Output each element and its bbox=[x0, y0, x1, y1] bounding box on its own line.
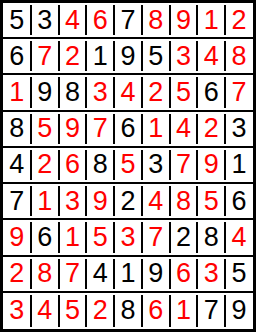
cell-r3c2-given-digit[interactable]: 9 bbox=[31, 75, 59, 109]
cell-r3c8-given-digit[interactable]: 6 bbox=[197, 75, 225, 109]
board-row-4: 859761423 bbox=[3, 112, 253, 148]
cell-r5c5-solved-digit[interactable]: 5 bbox=[114, 148, 142, 182]
cell-r1c8-solved-digit[interactable]: 1 bbox=[197, 3, 225, 37]
cell-r7c5-solved-digit[interactable]: 3 bbox=[114, 220, 142, 254]
cell-r5c6-given-digit[interactable]: 3 bbox=[142, 148, 170, 182]
cell-r2c8-solved-digit[interactable]: 4 bbox=[197, 39, 225, 73]
cell-r1c1-given-digit[interactable]: 5 bbox=[3, 3, 31, 37]
cell-r4c7-solved-digit[interactable]: 4 bbox=[170, 112, 198, 146]
board-row-7: 961537284 bbox=[3, 220, 253, 256]
cell-r3c1-solved-digit[interactable]: 1 bbox=[3, 75, 31, 109]
cell-r5c8-solved-digit[interactable]: 9 bbox=[197, 148, 225, 182]
cell-r9c9-given-digit[interactable]: 9 bbox=[225, 293, 253, 329]
cell-r9c8-given-digit[interactable]: 7 bbox=[197, 293, 225, 329]
board-row-1: 534678912 bbox=[3, 3, 253, 39]
cell-r8c7-solved-digit[interactable]: 6 bbox=[170, 257, 198, 291]
cell-r1c7-solved-digit[interactable]: 9 bbox=[170, 3, 198, 37]
cell-r3c7-solved-digit[interactable]: 5 bbox=[170, 75, 198, 109]
cell-r1c3-solved-digit[interactable]: 4 bbox=[59, 3, 87, 37]
cell-r2c9-solved-digit[interactable]: 8 bbox=[225, 39, 253, 73]
cell-r9c7-solved-digit[interactable]: 1 bbox=[170, 293, 198, 329]
cell-r8c4-given-digit[interactable]: 4 bbox=[86, 257, 114, 291]
cell-r6c3-solved-digit[interactable]: 3 bbox=[59, 184, 87, 218]
cell-r9c4-solved-digit[interactable]: 2 bbox=[86, 293, 114, 329]
cell-r8c8-solved-digit[interactable]: 3 bbox=[197, 257, 225, 291]
cell-r7c8-given-digit[interactable]: 8 bbox=[197, 220, 225, 254]
cell-r4c6-solved-digit[interactable]: 1 bbox=[142, 112, 170, 146]
cell-r4c2-solved-digit[interactable]: 5 bbox=[31, 112, 59, 146]
board-row-9: 345286179 bbox=[3, 293, 253, 329]
cell-r7c1-solved-digit[interactable]: 9 bbox=[3, 220, 31, 254]
cell-r8c9-given-digit[interactable]: 5 bbox=[225, 257, 253, 291]
cell-r1c2-given-digit[interactable]: 3 bbox=[31, 3, 59, 37]
cell-r3c3-given-digit[interactable]: 8 bbox=[59, 75, 87, 109]
board-row-6: 713924856 bbox=[3, 184, 253, 220]
cell-r9c1-solved-digit[interactable]: 3 bbox=[3, 293, 31, 329]
cell-r3c5-solved-digit[interactable]: 4 bbox=[114, 75, 142, 109]
cell-r7c3-solved-digit[interactable]: 1 bbox=[59, 220, 87, 254]
cell-r1c5-given-digit[interactable]: 7 bbox=[114, 3, 142, 37]
cell-r4c1-given-digit[interactable]: 8 bbox=[3, 112, 31, 146]
cell-r3c6-solved-digit[interactable]: 2 bbox=[142, 75, 170, 109]
cell-r1c9-solved-digit[interactable]: 2 bbox=[225, 3, 253, 37]
cell-r7c7-given-digit[interactable]: 2 bbox=[170, 220, 198, 254]
cell-r6c4-solved-digit[interactable]: 9 bbox=[86, 184, 114, 218]
cell-r2c5-given-digit[interactable]: 9 bbox=[114, 39, 142, 73]
cell-r5c4-given-digit[interactable]: 8 bbox=[86, 148, 114, 182]
board-row-5: 426853791 bbox=[3, 148, 253, 184]
cell-r8c1-solved-digit[interactable]: 2 bbox=[3, 257, 31, 291]
cell-r6c9-given-digit[interactable]: 6 bbox=[225, 184, 253, 218]
cell-r6c7-solved-digit[interactable]: 8 bbox=[170, 184, 198, 218]
cell-r9c3-solved-digit[interactable]: 5 bbox=[59, 293, 87, 329]
cell-r5c2-solved-digit[interactable]: 2 bbox=[31, 148, 59, 182]
cell-r4c9-given-digit[interactable]: 3 bbox=[225, 112, 253, 146]
cell-r2c1-given-digit[interactable]: 6 bbox=[3, 39, 31, 73]
cell-r1c4-solved-digit[interactable]: 6 bbox=[86, 3, 114, 37]
board-row-2: 672195348 bbox=[3, 39, 253, 75]
cell-r3c4-solved-digit[interactable]: 3 bbox=[86, 75, 114, 109]
cell-r6c8-solved-digit[interactable]: 5 bbox=[197, 184, 225, 218]
sudoku-board: 5346789126721953481983425678597614234268… bbox=[0, 0, 256, 332]
cell-r2c6-given-digit[interactable]: 5 bbox=[142, 39, 170, 73]
cell-r3c9-solved-digit[interactable]: 7 bbox=[225, 75, 253, 109]
cell-r6c2-solved-digit[interactable]: 1 bbox=[31, 184, 59, 218]
cell-r5c9-given-digit[interactable]: 1 bbox=[225, 148, 253, 182]
cell-r2c2-solved-digit[interactable]: 7 bbox=[31, 39, 59, 73]
cell-r8c6-given-digit[interactable]: 9 bbox=[142, 257, 170, 291]
cell-r4c4-solved-digit[interactable]: 7 bbox=[86, 112, 114, 146]
cell-r2c7-solved-digit[interactable]: 3 bbox=[170, 39, 198, 73]
cell-r9c5-given-digit[interactable]: 8 bbox=[114, 293, 142, 329]
cell-r9c6-solved-digit[interactable]: 6 bbox=[142, 293, 170, 329]
cell-r5c3-solved-digit[interactable]: 6 bbox=[59, 148, 87, 182]
cell-r8c5-given-digit[interactable]: 1 bbox=[114, 257, 142, 291]
cell-r7c9-solved-digit[interactable]: 4 bbox=[225, 220, 253, 254]
cell-r5c7-solved-digit[interactable]: 7 bbox=[170, 148, 198, 182]
cell-r7c2-given-digit[interactable]: 6 bbox=[31, 220, 59, 254]
board-row-8: 287419635 bbox=[3, 257, 253, 293]
cell-r8c3-solved-digit[interactable]: 7 bbox=[59, 257, 87, 291]
cell-r5c1-given-digit[interactable]: 4 bbox=[3, 148, 31, 182]
cell-r9c2-solved-digit[interactable]: 4 bbox=[31, 293, 59, 329]
cell-r1c6-solved-digit[interactable]: 8 bbox=[142, 3, 170, 37]
cell-r6c5-given-digit[interactable]: 2 bbox=[114, 184, 142, 218]
cell-r8c2-solved-digit[interactable]: 8 bbox=[31, 257, 59, 291]
cell-r4c3-solved-digit[interactable]: 9 bbox=[59, 112, 87, 146]
cell-r7c4-solved-digit[interactable]: 5 bbox=[86, 220, 114, 254]
cell-r4c5-given-digit[interactable]: 6 bbox=[114, 112, 142, 146]
cell-r6c6-solved-digit[interactable]: 4 bbox=[142, 184, 170, 218]
board-row-3: 198342567 bbox=[3, 75, 253, 111]
cell-r4c8-solved-digit[interactable]: 2 bbox=[197, 112, 225, 146]
cell-r2c3-solved-digit[interactable]: 2 bbox=[59, 39, 87, 73]
cell-r7c6-solved-digit[interactable]: 7 bbox=[142, 220, 170, 254]
cell-r6c1-given-digit[interactable]: 7 bbox=[3, 184, 31, 218]
cell-r2c4-given-digit[interactable]: 1 bbox=[86, 39, 114, 73]
